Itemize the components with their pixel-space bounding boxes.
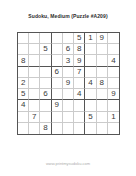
cell-r2c3: 5 xyxy=(40,44,51,55)
cell-r5c5: 9 xyxy=(63,78,74,89)
cell-r3c5: 3 xyxy=(63,55,74,66)
cell-r1c9[interactable] xyxy=(108,33,119,44)
cell-r3c3[interactable] xyxy=(40,55,51,66)
cell-r8c3[interactable] xyxy=(40,112,51,123)
cell-r8c1[interactable] xyxy=(18,112,29,123)
cell-r3c9: 4 xyxy=(108,55,119,66)
cell-r6c5[interactable] xyxy=(63,89,74,100)
cell-r4c8[interactable] xyxy=(97,67,108,78)
cell-r4c4: 6 xyxy=(52,67,63,78)
cell-r2c5: 6 xyxy=(63,44,74,55)
footer-url: www.printmysudoku.com xyxy=(0,161,136,166)
cell-r3c1: 8 xyxy=(18,55,29,66)
cell-r7c7[interactable] xyxy=(85,100,96,111)
cell-r5c9[interactable] xyxy=(108,78,119,89)
cell-r1c2[interactable] xyxy=(29,33,40,44)
cell-r4c5[interactable] xyxy=(63,67,74,78)
cell-r6c4[interactable] xyxy=(52,89,63,100)
cell-r9c6[interactable] xyxy=(74,123,85,134)
cell-r7c6[interactable] xyxy=(74,100,85,111)
cell-r7c9[interactable] xyxy=(108,100,119,111)
cell-r6c2[interactable] xyxy=(29,89,40,100)
cell-r4c9[interactable] xyxy=(108,67,119,78)
cell-r4c7[interactable] xyxy=(85,67,96,78)
cell-r2c6: 8 xyxy=(74,44,85,55)
cell-r7c8[interactable] xyxy=(97,100,108,111)
cell-r2c9[interactable] xyxy=(108,44,119,55)
cell-r9c5[interactable] xyxy=(63,123,74,134)
cell-r5c6[interactable] xyxy=(74,78,85,89)
cell-r6c9: 9 xyxy=(108,89,119,100)
cell-r4c6: 7 xyxy=(74,67,85,78)
cell-r6c8[interactable] xyxy=(97,89,108,100)
cell-r4c1[interactable] xyxy=(18,67,29,78)
cell-r2c7[interactable] xyxy=(85,44,96,55)
cell-r9c8[interactable] xyxy=(97,123,108,134)
cell-r2c4[interactable] xyxy=(52,44,63,55)
cell-r1c3[interactable] xyxy=(40,33,51,44)
cell-r7c3[interactable] xyxy=(40,100,51,111)
cell-r7c5[interactable] xyxy=(63,100,74,111)
cell-r9c7[interactable] xyxy=(85,123,96,134)
cell-r1c7: 1 xyxy=(85,33,96,44)
cell-r1c1[interactable] xyxy=(18,33,29,44)
cell-r8c9: 1 xyxy=(108,112,119,123)
cell-r6c6: 4 xyxy=(74,89,85,100)
cell-r7c4: 9 xyxy=(52,100,63,111)
cell-r4c2[interactable] xyxy=(29,67,40,78)
cell-r5c8: 8 xyxy=(97,78,108,89)
cell-r9c4[interactable] xyxy=(52,123,63,134)
cell-r6c3: 6 xyxy=(40,89,51,100)
cell-r7c2[interactable] xyxy=(29,100,40,111)
cell-r5c3[interactable] xyxy=(40,78,51,89)
cell-r5c7: 4 xyxy=(85,78,96,89)
printable-page: Sudoku, Medium (Puzzle #A209) 5195688394… xyxy=(0,0,136,176)
cell-r2c2[interactable] xyxy=(29,44,40,55)
cell-r8c2: 7 xyxy=(29,112,40,123)
cell-r8c5[interactable] xyxy=(63,112,74,123)
sudoku-board: 51956883946729485649497518 xyxy=(17,32,120,135)
cell-r9c9[interactable] xyxy=(108,123,119,134)
cell-r8c6[interactable] xyxy=(74,112,85,123)
cell-r3c8[interactable] xyxy=(97,55,108,66)
cell-r8c8[interactable] xyxy=(97,112,108,123)
cell-r9c3: 8 xyxy=(40,123,51,134)
cell-r5c4[interactable] xyxy=(52,78,63,89)
cell-r7c1: 4 xyxy=(18,100,29,111)
cell-r9c2[interactable] xyxy=(29,123,40,134)
cell-r6c1: 5 xyxy=(18,89,29,100)
cell-r1c5[interactable] xyxy=(63,33,74,44)
cell-r9c1[interactable] xyxy=(18,123,29,134)
cell-r8c4[interactable] xyxy=(52,112,63,123)
cell-r1c4[interactable] xyxy=(52,33,63,44)
cell-r1c6: 5 xyxy=(74,33,85,44)
cell-r8c7: 5 xyxy=(85,112,96,123)
cell-r5c1: 2 xyxy=(18,78,29,89)
cell-r3c6: 9 xyxy=(74,55,85,66)
cell-r4c3[interactable] xyxy=(40,67,51,78)
cell-r3c7[interactable] xyxy=(85,55,96,66)
cell-r3c4[interactable] xyxy=(52,55,63,66)
page-title: Sudoku, Medium (Puzzle #A209) xyxy=(0,13,136,19)
cell-r6c7[interactable] xyxy=(85,89,96,100)
cell-r2c8[interactable] xyxy=(97,44,108,55)
cell-r1c8: 9 xyxy=(97,33,108,44)
cell-r5c2[interactable] xyxy=(29,78,40,89)
cell-r3c2[interactable] xyxy=(29,55,40,66)
cell-r2c1[interactable] xyxy=(18,44,29,55)
